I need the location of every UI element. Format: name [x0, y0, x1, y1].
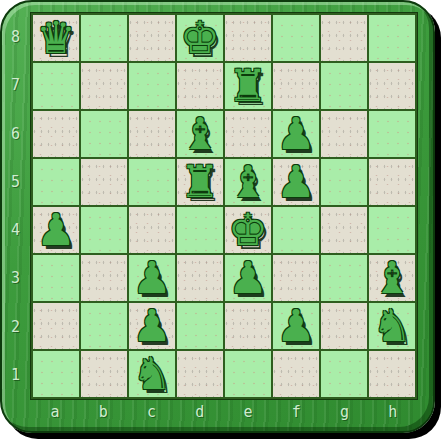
- file-label-f: f: [272, 399, 320, 425]
- square-g7[interactable]: [321, 63, 367, 109]
- square-h5[interactable]: [369, 159, 415, 205]
- piece-king-d8[interactable]: ♚: [180, 15, 219, 61]
- piece-pawn-f6[interactable]: ♟: [276, 111, 315, 157]
- square-d7[interactable]: [177, 63, 223, 109]
- square-e7[interactable]: ♜: [225, 63, 271, 109]
- file-labels: abcdefgh: [31, 399, 417, 425]
- square-c2[interactable]: ♟: [129, 303, 175, 349]
- square-e6[interactable]: [225, 111, 271, 157]
- square-h7[interactable]: [369, 63, 415, 109]
- file-label-b: b: [79, 399, 127, 425]
- square-g8[interactable]: [321, 15, 367, 61]
- rank-label-3: 3: [0, 254, 31, 302]
- square-g1[interactable]: [321, 351, 367, 397]
- square-e2[interactable]: [225, 303, 271, 349]
- square-e1[interactable]: [225, 351, 271, 397]
- square-c4[interactable]: [129, 207, 175, 253]
- square-b1[interactable]: [81, 351, 127, 397]
- file-label-c: c: [128, 399, 176, 425]
- square-h8[interactable]: [369, 15, 415, 61]
- square-a3[interactable]: [33, 255, 79, 301]
- piece-bishop-e5[interactable]: ♝: [228, 159, 267, 205]
- square-d5[interactable]: ♜: [177, 159, 223, 205]
- square-a8[interactable]: ♛: [33, 15, 79, 61]
- square-g4[interactable]: [321, 207, 367, 253]
- piece-bishop-d6[interactable]: ♝: [180, 111, 219, 157]
- file-label-e: e: [224, 399, 272, 425]
- square-b3[interactable]: [81, 255, 127, 301]
- chess-board: ♛♚♜♝♟♜♝♟♟♚♟♟♝♟♟♞♞: [31, 13, 417, 399]
- piece-pawn-c3[interactable]: ♟: [132, 255, 171, 301]
- square-d1[interactable]: [177, 351, 223, 397]
- square-c3[interactable]: ♟: [129, 255, 175, 301]
- square-e8[interactable]: [225, 15, 271, 61]
- square-d2[interactable]: [177, 303, 223, 349]
- square-a5[interactable]: [33, 159, 79, 205]
- rank-labels: 87654321: [0, 13, 31, 399]
- file-label-h: h: [369, 399, 417, 425]
- square-h1[interactable]: [369, 351, 415, 397]
- square-c8[interactable]: [129, 15, 175, 61]
- piece-knight-h2[interactable]: ♞: [372, 303, 411, 349]
- square-g3[interactable]: [321, 255, 367, 301]
- rank-label-8: 8: [0, 13, 31, 61]
- piece-bishop-h3[interactable]: ♝: [372, 255, 411, 301]
- square-f4[interactable]: [273, 207, 319, 253]
- square-b8[interactable]: [81, 15, 127, 61]
- chess-app: 87654321 abcdefgh ♛♚♜♝♟♜♝♟♟♚♟♟♝♟♟♞♞: [0, 0, 444, 442]
- square-e5[interactable]: ♝: [225, 159, 271, 205]
- square-b6[interactable]: [81, 111, 127, 157]
- rank-label-7: 7: [0, 61, 31, 109]
- piece-queen-a8[interactable]: ♛: [36, 15, 75, 61]
- file-label-a: a: [31, 399, 79, 425]
- square-h3[interactable]: ♝: [369, 255, 415, 301]
- square-f1[interactable]: [273, 351, 319, 397]
- square-c6[interactable]: [129, 111, 175, 157]
- piece-knight-c1[interactable]: ♞: [132, 351, 171, 397]
- piece-rook-d5[interactable]: ♜: [180, 159, 219, 205]
- rank-label-6: 6: [0, 110, 31, 158]
- rank-label-4: 4: [0, 206, 31, 254]
- square-f7[interactable]: [273, 63, 319, 109]
- square-f6[interactable]: ♟: [273, 111, 319, 157]
- square-a2[interactable]: [33, 303, 79, 349]
- square-g6[interactable]: [321, 111, 367, 157]
- square-c5[interactable]: [129, 159, 175, 205]
- square-d8[interactable]: ♚: [177, 15, 223, 61]
- square-f3[interactable]: [273, 255, 319, 301]
- piece-pawn-f5[interactable]: ♟: [276, 159, 315, 205]
- square-a7[interactable]: [33, 63, 79, 109]
- square-g2[interactable]: [321, 303, 367, 349]
- rank-label-2: 2: [0, 303, 31, 351]
- square-b2[interactable]: [81, 303, 127, 349]
- square-h6[interactable]: [369, 111, 415, 157]
- square-b4[interactable]: [81, 207, 127, 253]
- square-f5[interactable]: ♟: [273, 159, 319, 205]
- square-g5[interactable]: [321, 159, 367, 205]
- square-f2[interactable]: ♟: [273, 303, 319, 349]
- square-d3[interactable]: [177, 255, 223, 301]
- square-b7[interactable]: [81, 63, 127, 109]
- square-c1[interactable]: ♞: [129, 351, 175, 397]
- square-e3[interactable]: ♟: [225, 255, 271, 301]
- square-h4[interactable]: [369, 207, 415, 253]
- square-a6[interactable]: [33, 111, 79, 157]
- square-a4[interactable]: ♟: [33, 207, 79, 253]
- square-c7[interactable]: [129, 63, 175, 109]
- square-f8[interactable]: [273, 15, 319, 61]
- piece-pawn-c2[interactable]: ♟: [132, 303, 171, 349]
- rank-label-1: 1: [0, 351, 31, 399]
- square-d4[interactable]: [177, 207, 223, 253]
- rank-label-5: 5: [0, 158, 31, 206]
- square-a1[interactable]: [33, 351, 79, 397]
- piece-king-e4[interactable]: ♚: [228, 207, 267, 253]
- file-label-d: d: [176, 399, 224, 425]
- square-b5[interactable]: [81, 159, 127, 205]
- square-d6[interactable]: ♝: [177, 111, 223, 157]
- piece-rook-e7[interactable]: ♜: [228, 63, 267, 109]
- piece-pawn-e3[interactable]: ♟: [228, 255, 267, 301]
- file-label-g: g: [321, 399, 369, 425]
- square-e4[interactable]: ♚: [225, 207, 271, 253]
- piece-pawn-f2[interactable]: ♟: [276, 303, 315, 349]
- square-h2[interactable]: ♞: [369, 303, 415, 349]
- piece-pawn-a4[interactable]: ♟: [36, 207, 75, 253]
